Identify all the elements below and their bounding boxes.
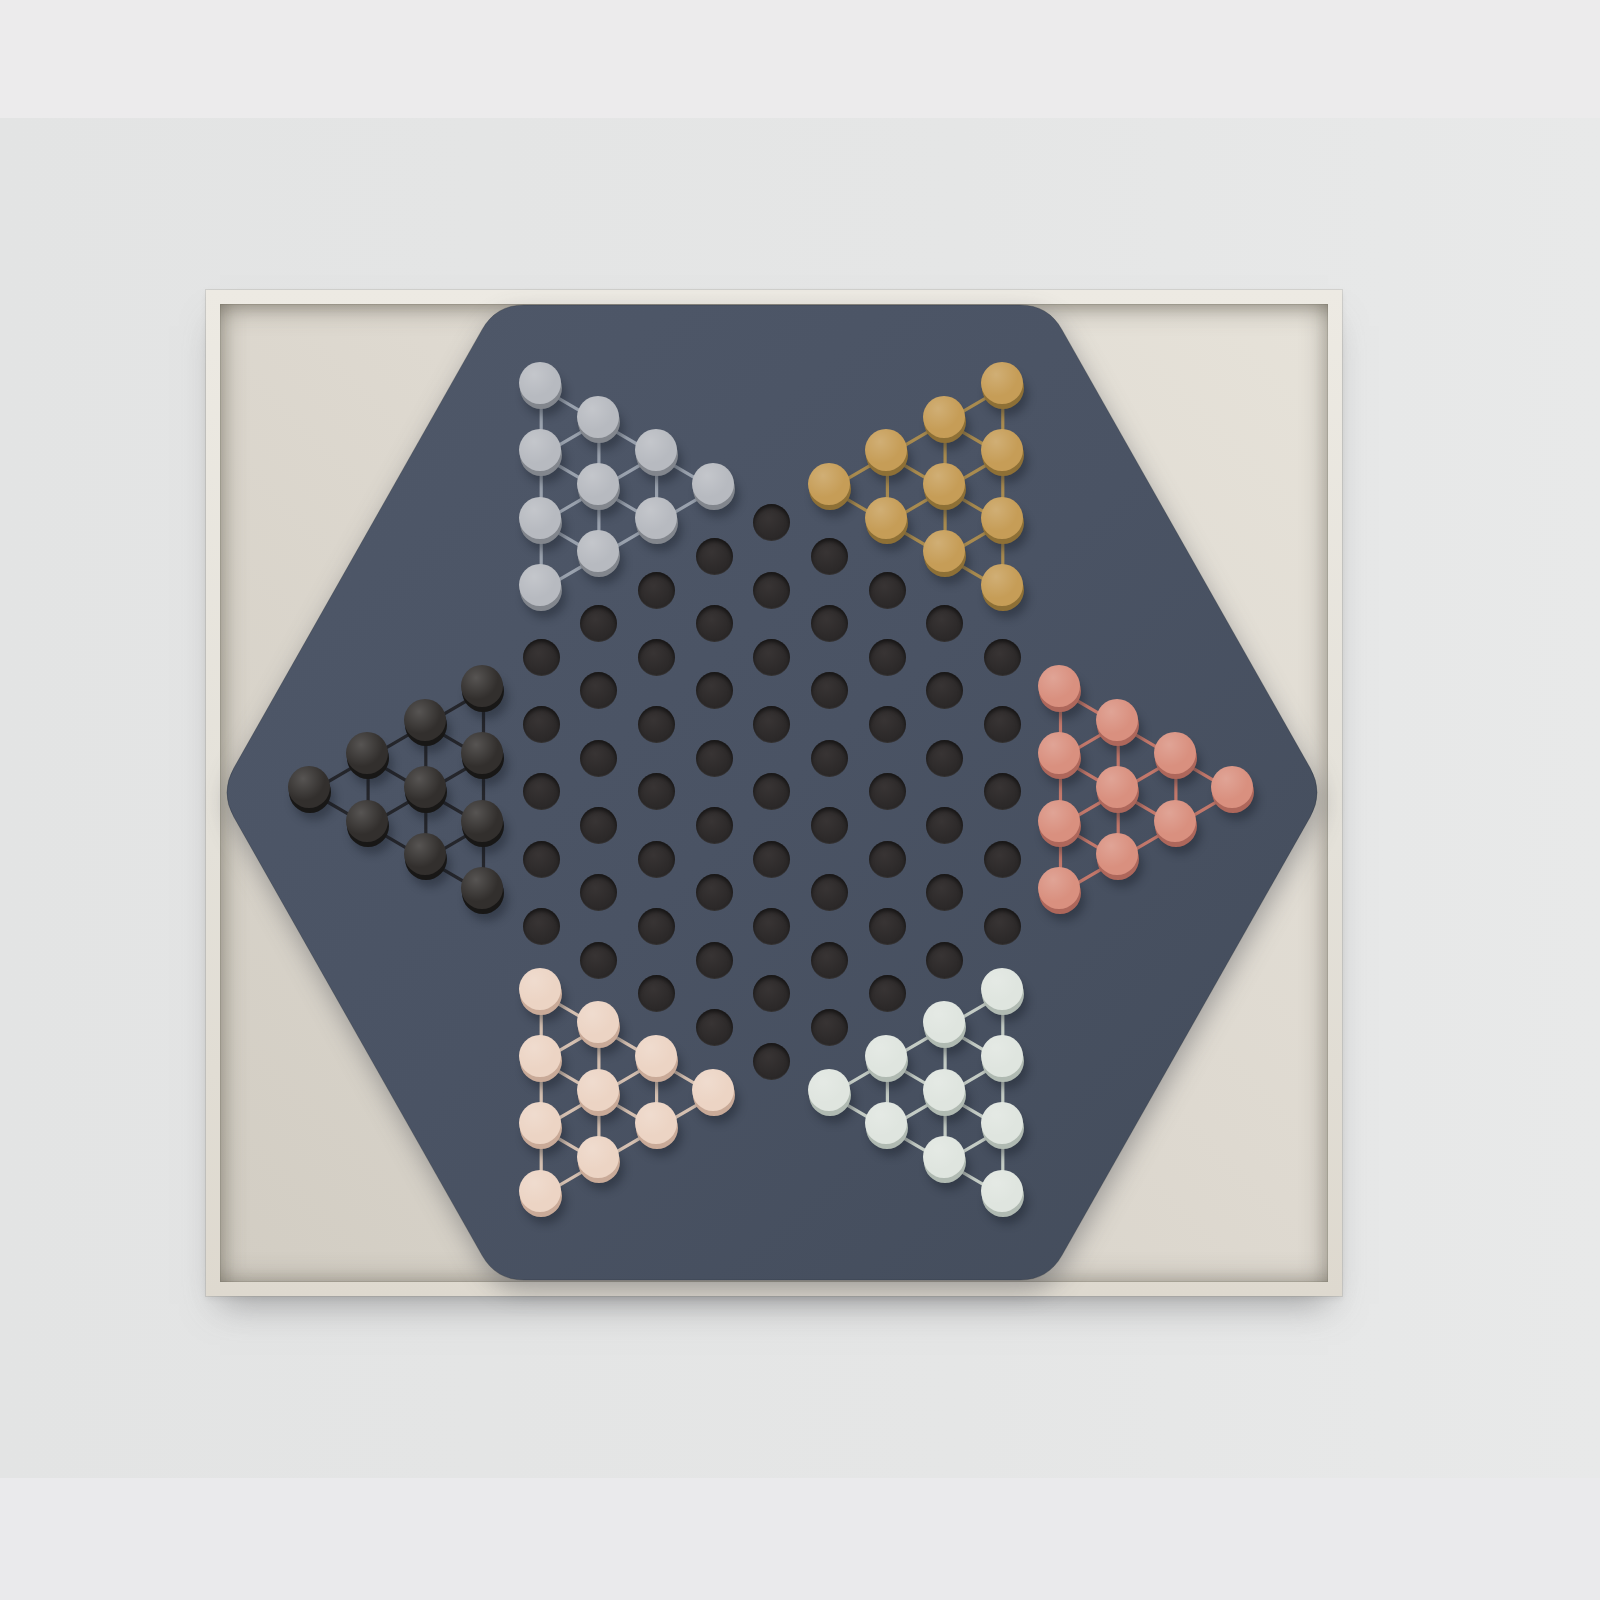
peg-black[interactable] <box>462 737 504 779</box>
board-cell <box>858 960 916 1027</box>
board-cell <box>455 657 513 724</box>
hole[interactable] <box>869 706 906 743</box>
board-cell <box>512 624 570 691</box>
board-cell <box>512 355 570 422</box>
peg-silver[interactable] <box>520 569 562 611</box>
board-cell <box>628 556 686 623</box>
hole[interactable] <box>696 942 733 979</box>
hole[interactable] <box>753 908 790 945</box>
hole[interactable] <box>869 841 906 878</box>
hole[interactable] <box>523 841 560 878</box>
hole[interactable] <box>580 672 617 709</box>
board-cell <box>858 893 916 960</box>
hole[interactable] <box>696 538 733 575</box>
hole[interactable] <box>811 740 848 777</box>
peg-mint[interactable] <box>924 1141 966 1183</box>
board-cell <box>1147 792 1205 859</box>
board-cell <box>570 859 628 926</box>
board-cell <box>512 960 570 1027</box>
peg-silver[interactable] <box>520 434 562 476</box>
hole[interactable] <box>638 975 675 1012</box>
hole[interactable] <box>523 639 560 676</box>
board-cell <box>628 624 686 691</box>
hole[interactable] <box>926 942 963 979</box>
hole[interactable] <box>753 841 790 878</box>
peg-mint[interactable] <box>982 1175 1024 1217</box>
board-cell <box>974 691 1032 758</box>
hole[interactable] <box>523 773 560 810</box>
peg-mint[interactable] <box>982 973 1024 1015</box>
board-cell <box>858 624 916 691</box>
hole[interactable] <box>638 841 675 878</box>
board-cell <box>743 691 801 758</box>
hole[interactable] <box>580 942 617 979</box>
hole[interactable] <box>811 1009 848 1046</box>
peg-black[interactable] <box>347 737 389 779</box>
board-cell <box>916 657 974 724</box>
hole[interactable] <box>753 773 790 810</box>
board-cell <box>455 859 513 926</box>
peg-mint[interactable] <box>924 1006 966 1048</box>
board-cell <box>974 1162 1032 1229</box>
peg-black[interactable] <box>462 872 504 914</box>
board-cell <box>685 1061 743 1128</box>
hole[interactable] <box>580 740 617 777</box>
board-cell <box>628 691 686 758</box>
board-cell <box>512 691 570 758</box>
board-cell <box>858 489 916 556</box>
peg-gold[interactable] <box>809 468 851 510</box>
hole[interactable] <box>580 874 617 911</box>
hole[interactable] <box>926 740 963 777</box>
hole[interactable] <box>580 807 617 844</box>
board-cell <box>685 523 743 590</box>
board-cell <box>858 1027 916 1094</box>
board-cell <box>801 657 859 724</box>
board-cell <box>512 826 570 893</box>
hole[interactable] <box>984 773 1021 810</box>
hole[interactable] <box>811 672 848 709</box>
board-cell <box>801 523 859 590</box>
board-cell <box>974 422 1032 489</box>
peg-blush[interactable] <box>578 1141 620 1183</box>
peg-gold[interactable] <box>924 468 966 510</box>
board-cell <box>628 489 686 556</box>
board-cell <box>974 893 1032 960</box>
board-cell <box>1031 725 1089 792</box>
peg-black[interactable] <box>289 771 331 813</box>
peg-black[interactable] <box>462 805 504 847</box>
peg-coral[interactable] <box>1155 805 1197 847</box>
peg-blush[interactable] <box>636 1040 678 1082</box>
board-cell <box>916 859 974 926</box>
board-cell <box>570 455 628 522</box>
peg-black[interactable] <box>347 805 389 847</box>
peg-coral[interactable] <box>1039 737 1081 779</box>
board-cell <box>455 725 513 792</box>
board-cell <box>685 926 743 993</box>
hole[interactable] <box>696 740 733 777</box>
board-cell <box>628 422 686 489</box>
board-cell <box>974 355 1032 422</box>
peg-coral[interactable] <box>1155 737 1197 779</box>
board-cell <box>801 455 859 522</box>
board-cell <box>570 388 628 455</box>
peg-silver[interactable] <box>636 434 678 476</box>
peg-blush[interactable] <box>578 1074 620 1116</box>
peg-coral[interactable] <box>1039 805 1081 847</box>
board-cell <box>801 1061 859 1128</box>
board-cell <box>628 758 686 825</box>
hole[interactable] <box>984 706 1021 743</box>
board-cell <box>628 1095 686 1162</box>
hole[interactable] <box>696 807 733 844</box>
board-cell <box>743 826 801 893</box>
board-cell <box>397 691 455 758</box>
peg-silver[interactable] <box>578 468 620 510</box>
board-cell <box>916 926 974 993</box>
hole[interactable] <box>926 672 963 709</box>
peg-coral[interactable] <box>1097 771 1139 813</box>
hole[interactable] <box>753 706 790 743</box>
hole[interactable] <box>869 975 906 1012</box>
board-cell <box>685 657 743 724</box>
board-cell <box>743 556 801 623</box>
peg-silver[interactable] <box>578 401 620 443</box>
peg-gold[interactable] <box>924 401 966 443</box>
board-cell <box>570 926 628 993</box>
board-cell <box>570 725 628 792</box>
hole[interactable] <box>638 572 675 609</box>
board-cell <box>858 422 916 489</box>
board-cell <box>858 556 916 623</box>
board-cell <box>801 792 859 859</box>
board-cell <box>1089 758 1147 825</box>
peg-silver[interactable] <box>636 502 678 544</box>
board-cell <box>685 455 743 522</box>
board-cell <box>743 1027 801 1094</box>
peg-black[interactable] <box>405 771 447 813</box>
hole[interactable] <box>869 639 906 676</box>
board-cell <box>974 556 1032 623</box>
board-cell <box>801 590 859 657</box>
peg-mint[interactable] <box>924 1074 966 1116</box>
board-cell <box>743 893 801 960</box>
board-cell <box>685 792 743 859</box>
board-cell <box>1031 792 1089 859</box>
board-cell <box>858 758 916 825</box>
hole[interactable] <box>638 773 675 810</box>
hole[interactable] <box>753 572 790 609</box>
board-cell <box>916 725 974 792</box>
hole[interactable] <box>580 605 617 642</box>
board-cell <box>512 489 570 556</box>
peg-coral[interactable] <box>1212 771 1254 813</box>
board-cell <box>916 994 974 1061</box>
board-cell <box>801 994 859 1061</box>
peg-black[interactable] <box>405 838 447 880</box>
board-cell <box>916 590 974 657</box>
board-cell <box>974 826 1032 893</box>
board-cell <box>628 960 686 1027</box>
board-cell <box>512 893 570 960</box>
board-cell <box>339 725 397 792</box>
peg-blush[interactable] <box>520 1107 562 1149</box>
board-cell <box>628 893 686 960</box>
product-photo <box>0 0 1600 1600</box>
peg-blush[interactable] <box>578 1006 620 1048</box>
peg-blush[interactable] <box>520 973 562 1015</box>
hole[interactable] <box>811 942 848 979</box>
peg-gold[interactable] <box>982 569 1024 611</box>
peg-blush[interactable] <box>693 1074 735 1116</box>
board-cell <box>628 1027 686 1094</box>
board-cell <box>916 455 974 522</box>
hole[interactable] <box>523 908 560 945</box>
hole[interactable] <box>869 908 906 945</box>
hole[interactable] <box>753 504 790 541</box>
peg-blush[interactable] <box>520 1040 562 1082</box>
board-cell <box>685 725 743 792</box>
hole[interactable] <box>523 706 560 743</box>
board-cell <box>858 826 916 893</box>
hole[interactable] <box>753 1043 790 1080</box>
hole[interactable] <box>696 672 733 709</box>
board-cell <box>974 624 1032 691</box>
hole[interactable] <box>696 874 733 911</box>
hole[interactable] <box>926 807 963 844</box>
hole[interactable] <box>696 605 733 642</box>
hole[interactable] <box>869 572 906 609</box>
board-cell <box>685 859 743 926</box>
board-cell <box>1031 859 1089 926</box>
board-cell <box>339 792 397 859</box>
board-cell <box>570 1061 628 1128</box>
board-cell <box>916 1128 974 1195</box>
peg-silver[interactable] <box>520 502 562 544</box>
hole[interactable] <box>638 639 675 676</box>
board-cell <box>397 758 455 825</box>
hole[interactable] <box>811 538 848 575</box>
board-cell <box>801 725 859 792</box>
board-cell <box>916 523 974 590</box>
board-cell <box>916 1061 974 1128</box>
hole[interactable] <box>638 908 675 945</box>
board-cell <box>512 1162 570 1229</box>
hole[interactable] <box>926 874 963 911</box>
peg-black[interactable] <box>405 704 447 746</box>
peg-silver[interactable] <box>520 367 562 409</box>
peg-coral[interactable] <box>1097 838 1139 880</box>
board-cell <box>685 994 743 1061</box>
board-cell <box>1089 691 1147 758</box>
board-cell <box>570 657 628 724</box>
hole[interactable] <box>753 639 790 676</box>
peg-blush[interactable] <box>636 1107 678 1149</box>
hole[interactable] <box>638 706 675 743</box>
peg-mint[interactable] <box>866 1040 908 1082</box>
board-cell <box>916 388 974 455</box>
board-cell <box>1089 826 1147 893</box>
board-cell <box>801 926 859 993</box>
board-cell <box>858 1095 916 1162</box>
peg-gold[interactable] <box>866 502 908 544</box>
board-cell <box>397 826 455 893</box>
board-cell <box>685 590 743 657</box>
peg-mint[interactable] <box>809 1074 851 1116</box>
board-cell <box>858 691 916 758</box>
board-cell <box>455 792 513 859</box>
board-cell <box>512 1095 570 1162</box>
board-cell <box>282 758 340 825</box>
hole[interactable] <box>753 975 790 1012</box>
board-cell <box>974 489 1032 556</box>
hole[interactable] <box>811 807 848 844</box>
hole[interactable] <box>984 841 1021 878</box>
hole[interactable] <box>811 605 848 642</box>
hole[interactable] <box>984 908 1021 945</box>
peg-mint[interactable] <box>982 1107 1024 1149</box>
peg-gold[interactable] <box>924 535 966 577</box>
peg-gold[interactable] <box>982 367 1024 409</box>
board-cell <box>512 422 570 489</box>
peg-silver[interactable] <box>693 468 735 510</box>
board-cell <box>570 1128 628 1195</box>
peg-coral[interactable] <box>1039 872 1081 914</box>
board-cell <box>743 960 801 1027</box>
board-cell <box>628 826 686 893</box>
board-cell <box>743 758 801 825</box>
peg-coral[interactable] <box>1097 704 1139 746</box>
board-cell <box>974 1095 1032 1162</box>
hole[interactable] <box>811 874 848 911</box>
peg-gold[interactable] <box>866 434 908 476</box>
peg-gold[interactable] <box>982 502 1024 544</box>
peg-silver[interactable] <box>578 535 620 577</box>
hole[interactable] <box>869 773 906 810</box>
peg-mint[interactable] <box>982 1040 1024 1082</box>
peg-blush[interactable] <box>520 1175 562 1217</box>
chinese-checkers-grid <box>282 355 1263 1230</box>
board-cell <box>1031 657 1089 724</box>
peg-gold[interactable] <box>982 434 1024 476</box>
board-cell <box>570 994 628 1061</box>
peg-mint[interactable] <box>866 1107 908 1149</box>
hole[interactable] <box>926 605 963 642</box>
board-cell <box>570 523 628 590</box>
board-cell <box>570 792 628 859</box>
board-cell <box>801 859 859 926</box>
board-cell <box>743 489 801 556</box>
board-cell <box>512 1027 570 1094</box>
board-cell <box>512 758 570 825</box>
hole[interactable] <box>696 1009 733 1046</box>
board-cell <box>974 758 1032 825</box>
board-cell <box>570 590 628 657</box>
peg-black[interactable] <box>462 670 504 712</box>
hole[interactable] <box>984 639 1021 676</box>
board-cell <box>743 624 801 691</box>
board-cell <box>1205 758 1263 825</box>
board-cell <box>974 1027 1032 1094</box>
board-cell <box>916 792 974 859</box>
board-cell <box>512 556 570 623</box>
peg-coral[interactable] <box>1039 670 1081 712</box>
board-cell <box>1147 725 1205 792</box>
board-cell <box>974 960 1032 1027</box>
